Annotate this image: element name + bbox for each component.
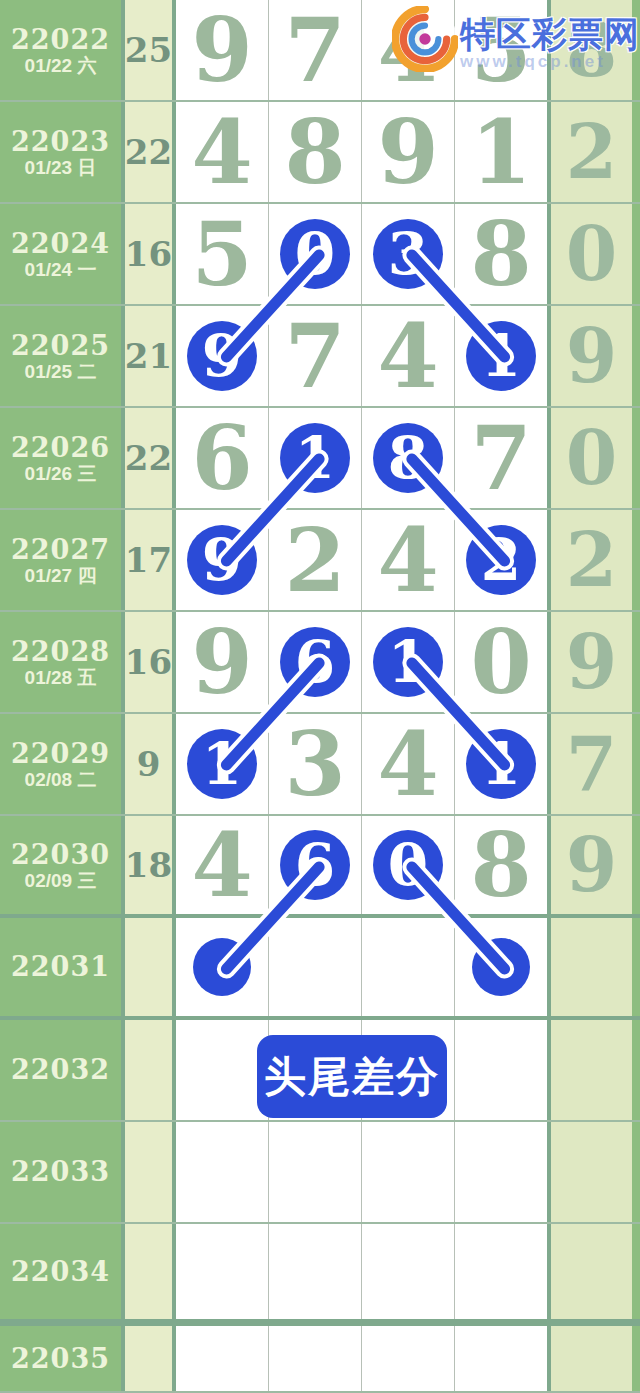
digit-cells: 9610: [176, 612, 547, 712]
prediction-dot: [472, 938, 530, 996]
digit-cell: [176, 1326, 268, 1391]
sum-cell: 9: [125, 714, 176, 814]
sum-cell: 17: [125, 510, 176, 610]
sum-cell: [125, 1224, 176, 1319]
period-number: 22033: [11, 1156, 110, 1187]
digit-cells: 5038: [176, 204, 547, 304]
period-number: 22035: [11, 1343, 110, 1374]
digit-cells: [176, 1122, 547, 1222]
period-number: 22032: [11, 1054, 110, 1085]
swirl-logo-icon: [392, 6, 458, 72]
circled-digit: 1: [466, 729, 536, 799]
sum-cell: 22: [125, 102, 176, 202]
chart-row-22031: 22031: [0, 918, 640, 1020]
period-number: 22034: [11, 1256, 110, 1287]
fifth-digit-cell: [547, 918, 632, 1016]
period-number: 22023: [11, 126, 110, 157]
fifth-digit-cell: [547, 1122, 632, 1222]
digit-cell: 1: [268, 408, 361, 508]
digit-cell: 3: [361, 204, 454, 304]
draw-date: 01/25 二: [25, 361, 97, 383]
sum-cell: 22: [125, 408, 176, 508]
period-cell: 2203002/09 三: [0, 816, 125, 914]
period-cell: 2202601/26 三: [0, 408, 125, 508]
prediction-dot: [193, 938, 251, 996]
circled-digit: 1: [187, 729, 257, 799]
sum-cell: 16: [125, 204, 176, 304]
chart-row-22030: 2203002/09 三1846089: [0, 816, 640, 918]
lottery-trend-chart: 2202201/22 六25974582202301/23 日224891222…: [0, 0, 640, 1393]
sum-cell: 16: [125, 612, 176, 712]
chart-row-22023: 2202301/23 日2248912: [0, 102, 640, 204]
fifth-digit-cell: 0: [547, 204, 632, 304]
sum-cell: 21: [125, 306, 176, 406]
chart-row-22034: 22034: [0, 1224, 640, 1326]
fifth-digit-cell: [547, 1020, 632, 1120]
circled-digit: 1: [373, 627, 443, 697]
digit-cell: 0: [361, 816, 454, 914]
chart-row-22028: 2202801/28 五1696109: [0, 612, 640, 714]
digit-cell: [361, 918, 454, 1016]
digit-cell: 7: [268, 0, 361, 100]
sum-cell: [125, 1326, 176, 1391]
period-cell: 2202701/27 四: [0, 510, 125, 610]
fifth-digit-cell: 2: [547, 510, 632, 610]
draw-date: 01/23 日: [25, 157, 97, 179]
logo-text-wrap: 特区彩票网 www.tqcp.net: [460, 6, 640, 72]
digit-cell: 5: [176, 204, 268, 304]
digit-cell: 4: [361, 306, 454, 406]
digit-cell: 1: [454, 102, 547, 202]
digit-cell: 3: [268, 714, 361, 814]
period-cell: 22034: [0, 1224, 125, 1319]
digit-cell: 7: [454, 408, 547, 508]
head-tail-diff-button[interactable]: 头尾差分: [257, 1035, 447, 1118]
digit-cells: 4608: [176, 816, 547, 914]
digit-cell: 4: [176, 816, 268, 914]
digit-cell: [454, 1122, 547, 1222]
chart-row-22033: 22033: [0, 1122, 640, 1224]
digit-cell: [268, 1224, 361, 1319]
digit-cell: [454, 1020, 547, 1120]
digit-cell: [176, 1020, 268, 1120]
fifth-digit-cell: [547, 1224, 632, 1319]
digit-cell: 1: [361, 612, 454, 712]
circled-digit: 2: [466, 525, 536, 595]
digit-cell: [361, 1326, 454, 1391]
period-cell: 22033: [0, 1122, 125, 1222]
draw-date: 01/28 五: [25, 667, 97, 689]
fifth-digit-cell: 0: [547, 408, 632, 508]
digit-cell: 6: [268, 612, 361, 712]
digit-cell: 8: [361, 408, 454, 508]
digit-cells: 6187: [176, 408, 547, 508]
digit-cell: [361, 1224, 454, 1319]
digit-cell: 9: [176, 306, 268, 406]
digit-cells: [176, 1326, 547, 1391]
fifth-digit-cell: [547, 1326, 632, 1391]
digit-cell: [268, 1122, 361, 1222]
circled-digit: 9: [187, 525, 257, 595]
period-cell: 22032: [0, 1020, 125, 1120]
period-cell: 2202801/28 五: [0, 612, 125, 712]
digit-cell: 9: [176, 510, 268, 610]
site-logo[interactable]: 特区彩票网 www.tqcp.net: [392, 6, 640, 72]
digit-cells: 9242: [176, 510, 547, 610]
period-cell: 2202902/08 二: [0, 714, 125, 814]
digit-cell: 4: [361, 510, 454, 610]
circled-digit: 1: [466, 321, 536, 391]
period-cell: 2202301/23 日: [0, 102, 125, 202]
digit-cell: 2: [268, 510, 361, 610]
digit-cell: 0: [454, 612, 547, 712]
digit-cell: [268, 1326, 361, 1391]
circled-digit: 9: [187, 321, 257, 391]
period-cell: 2202501/25 二: [0, 306, 125, 406]
circled-digit: 3: [373, 219, 443, 289]
sum-cell: [125, 1122, 176, 1222]
draw-date: 01/22 六: [25, 55, 97, 77]
digit-cells: 9741: [176, 306, 547, 406]
digit-cell: 9: [176, 0, 268, 100]
chart-row-22026: 2202601/26 三2261870: [0, 408, 640, 510]
sum-cell: [125, 1020, 176, 1120]
digit-cell: 4: [176, 102, 268, 202]
period-number: 22025: [11, 330, 110, 361]
draw-date: 01/24 一: [25, 259, 97, 281]
circled-digit: 6: [280, 627, 350, 697]
sum-cell: 18: [125, 816, 176, 914]
digit-cells: 1341: [176, 714, 547, 814]
digit-cells: 4891: [176, 102, 547, 202]
digit-cell: [176, 918, 268, 1016]
circled-digit: 8: [373, 423, 443, 493]
circled-digit: 1: [280, 423, 350, 493]
digit-cell: 1: [454, 714, 547, 814]
draw-date: 01/26 三: [25, 463, 97, 485]
logo-title: 特区彩票网: [460, 16, 640, 51]
circled-digit: 0: [373, 830, 443, 900]
digit-cell: 6: [268, 816, 361, 914]
digit-cell: [361, 1122, 454, 1222]
digit-cell: 9: [361, 102, 454, 202]
digit-cell: [268, 918, 361, 1016]
draw-date: 01/27 四: [25, 565, 97, 587]
period-cell: 2202401/24 一: [0, 204, 125, 304]
digit-cell: 6: [176, 408, 268, 508]
digit-cell: [176, 1122, 268, 1222]
period-cell: 22035: [0, 1326, 125, 1391]
period-number: 22029: [11, 738, 110, 769]
draw-date: 02/09 三: [25, 870, 97, 892]
digit-cell: 7: [268, 306, 361, 406]
digit-cell: [176, 1224, 268, 1319]
period-number: 22024: [11, 228, 110, 259]
digit-cell: 8: [454, 816, 547, 914]
digit-cells: [176, 1224, 547, 1319]
chart-row-22024: 2202401/24 一1650380: [0, 204, 640, 306]
digit-cell: 8: [454, 204, 547, 304]
fifth-digit-cell: 9: [547, 816, 632, 914]
digit-cell: 1: [454, 306, 547, 406]
period-cell: 2202201/22 六: [0, 0, 125, 100]
circled-digit: 6: [280, 830, 350, 900]
chart-rows: 2202201/22 六25974582202301/23 日224891222…: [0, 0, 640, 1393]
sum-cell: 25: [125, 0, 176, 100]
period-number: 22027: [11, 534, 110, 565]
digit-cell: [454, 1224, 547, 1319]
fifth-digit-cell: 9: [547, 306, 632, 406]
period-number: 22028: [11, 636, 110, 667]
period-number: 22022: [11, 24, 110, 55]
digit-cells: [176, 918, 547, 1016]
chart-row-22027: 2202701/27 四1792422: [0, 510, 640, 612]
digit-cell: 0: [268, 204, 361, 304]
period-number: 22026: [11, 432, 110, 463]
digit-cell: [454, 1326, 547, 1391]
digit-cell: 4: [361, 714, 454, 814]
digit-cell: 1: [176, 714, 268, 814]
digit-cell: 2: [454, 510, 547, 610]
chart-row-22029: 2202902/08 二913417: [0, 714, 640, 816]
draw-date: 02/08 二: [25, 769, 97, 791]
period-number: 22030: [11, 839, 110, 870]
fifth-digit-cell: 2: [547, 102, 632, 202]
digit-cell: 8: [268, 102, 361, 202]
digit-cell: [454, 918, 547, 1016]
period-cell: 22031: [0, 918, 125, 1016]
digit-cell: 9: [176, 612, 268, 712]
logo-watermark: www.tqcp.net: [460, 52, 606, 72]
fifth-digit-cell: 9: [547, 612, 632, 712]
fifth-digit-cell: 7: [547, 714, 632, 814]
chart-row-22025: 2202501/25 二2197419: [0, 306, 640, 408]
period-number: 22031: [11, 951, 110, 982]
chart-row-22035: 22035: [0, 1326, 640, 1393]
sum-cell: [125, 918, 176, 1016]
circled-digit: 0: [280, 219, 350, 289]
